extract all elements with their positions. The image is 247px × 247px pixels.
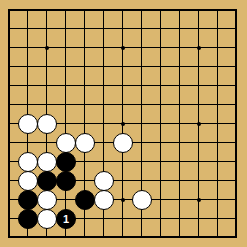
star-point <box>197 198 201 202</box>
white-stone <box>75 133 95 153</box>
star-point <box>45 46 49 50</box>
grid-line-vertical <box>160 9 161 238</box>
black-stone: 1 <box>56 209 76 229</box>
white-stone <box>37 152 57 172</box>
white-stone <box>94 171 114 191</box>
white-stone <box>113 133 133 153</box>
grid-line-vertical <box>179 9 180 238</box>
white-stone <box>37 209 57 229</box>
star-point <box>121 198 125 202</box>
black-stone <box>37 171 57 191</box>
white-stone <box>18 152 38 172</box>
grid-line-vertical <box>235 9 237 238</box>
go-board[interactable]: 1 <box>8 9 237 238</box>
white-stone <box>18 171 38 191</box>
star-point <box>121 122 125 126</box>
grid-line-horizontal <box>8 236 237 238</box>
white-stone <box>37 114 57 134</box>
black-stone <box>56 152 76 172</box>
white-stone <box>56 133 76 153</box>
star-point <box>197 122 201 126</box>
black-stone <box>18 209 38 229</box>
grid-line-vertical <box>217 9 218 238</box>
black-stone <box>56 171 76 191</box>
white-stone <box>37 190 57 210</box>
white-stone <box>94 190 114 210</box>
move-number-label: 1 <box>57 210 75 228</box>
black-stone <box>18 190 38 210</box>
star-point <box>197 46 201 50</box>
white-stone <box>18 114 38 134</box>
white-stone <box>132 190 152 210</box>
go-diagram: 1 <box>0 0 247 247</box>
black-stone <box>75 190 95 210</box>
star-point <box>121 46 125 50</box>
